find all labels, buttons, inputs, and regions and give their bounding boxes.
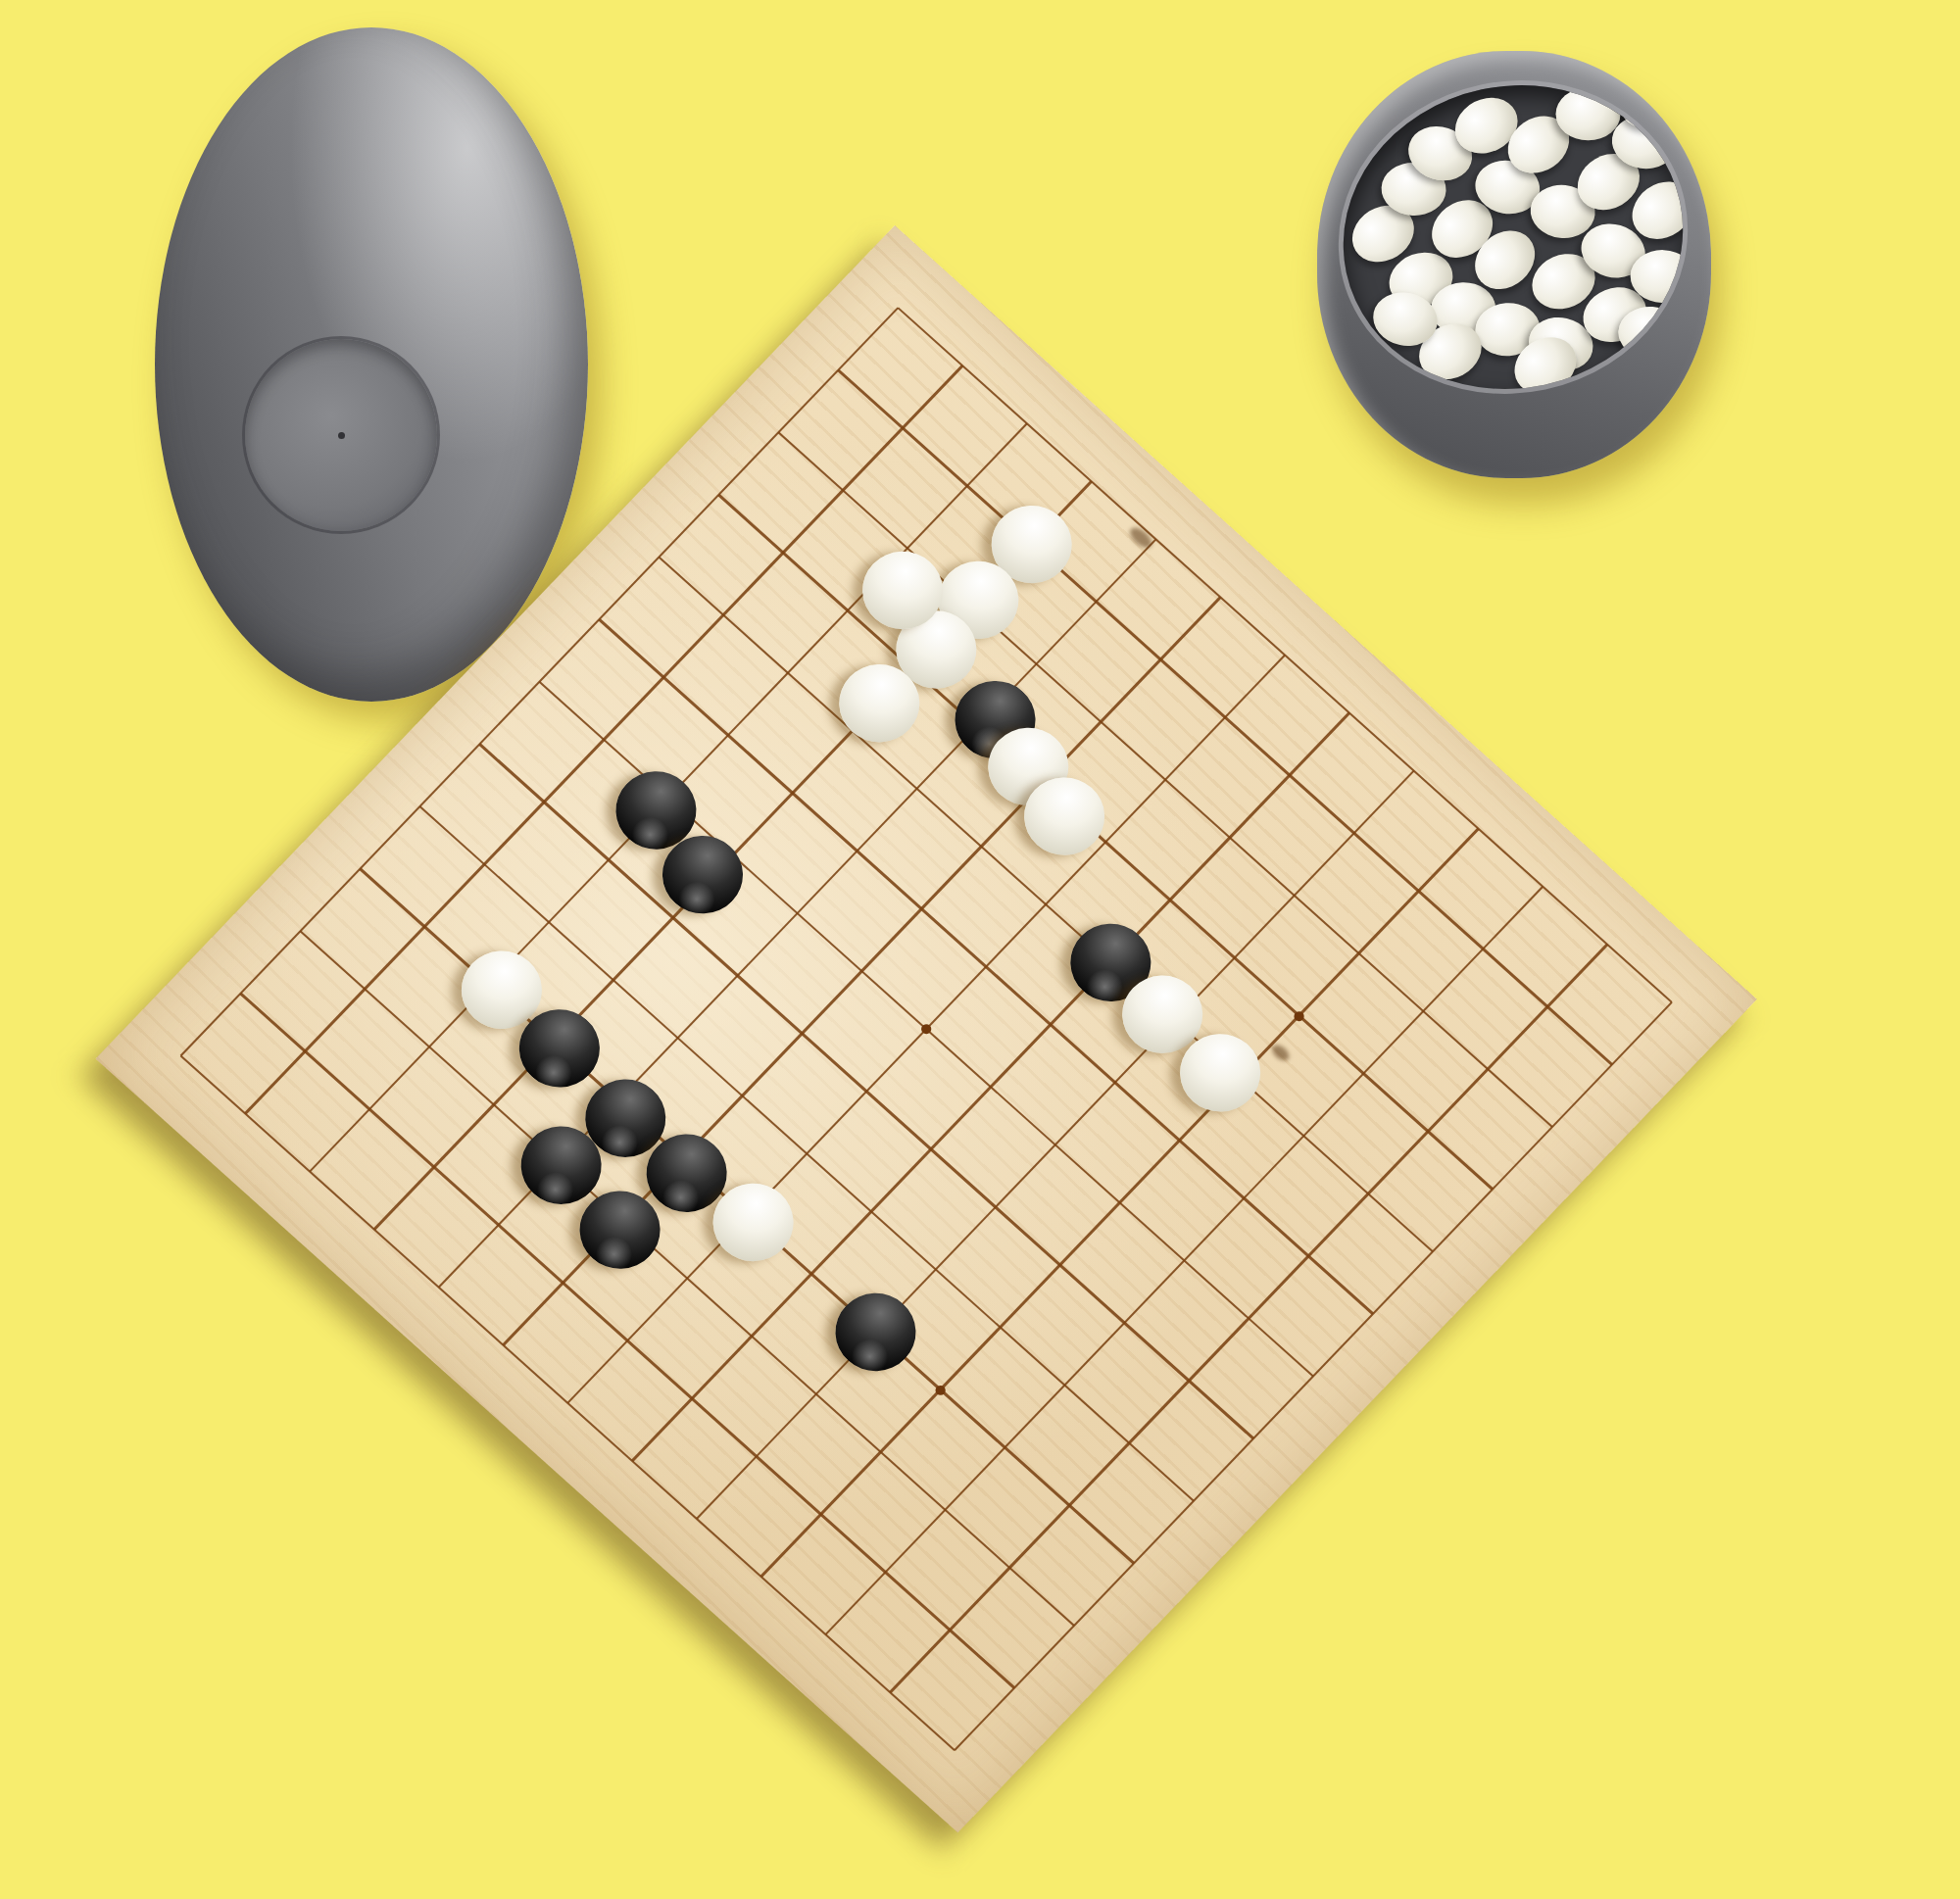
product-photo-scene bbox=[0, 0, 1960, 1899]
grid-line-row bbox=[300, 930, 1075, 1626]
bowl-white-stone bbox=[1617, 305, 1686, 362]
bowl-opening bbox=[1315, 54, 1711, 420]
lid-center-dot bbox=[338, 432, 345, 439]
bowl-white-stone bbox=[1556, 87, 1621, 140]
lid-inner-circle bbox=[245, 339, 437, 531]
grid-line-col bbox=[954, 1001, 1672, 1751]
wood-knot bbox=[1127, 524, 1155, 552]
stone-bowl-lid bbox=[155, 27, 588, 702]
white-stone-bowl bbox=[1317, 51, 1711, 478]
grid-line-col bbox=[696, 770, 1414, 1520]
wood-knot bbox=[1269, 1042, 1292, 1063]
